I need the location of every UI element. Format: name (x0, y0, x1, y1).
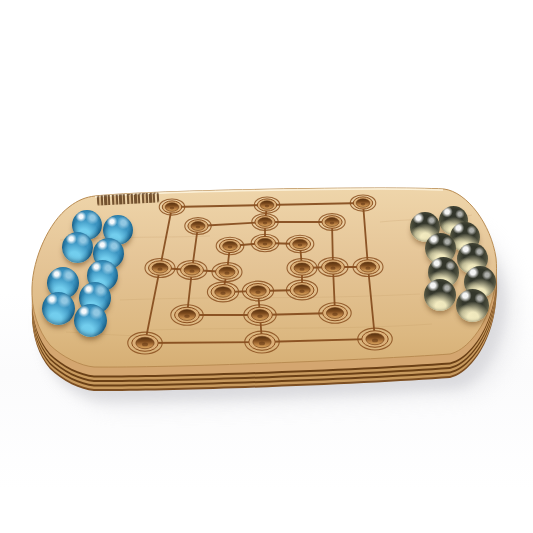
marble-white[interactable] (456, 289, 489, 322)
marble-trays (0, 0, 533, 533)
marble-blue[interactable] (74, 304, 107, 337)
marble-blue[interactable] (42, 292, 75, 325)
marble-blue[interactable] (62, 232, 93, 263)
photo-scene (0, 0, 533, 533)
marble-white[interactable] (424, 279, 456, 311)
